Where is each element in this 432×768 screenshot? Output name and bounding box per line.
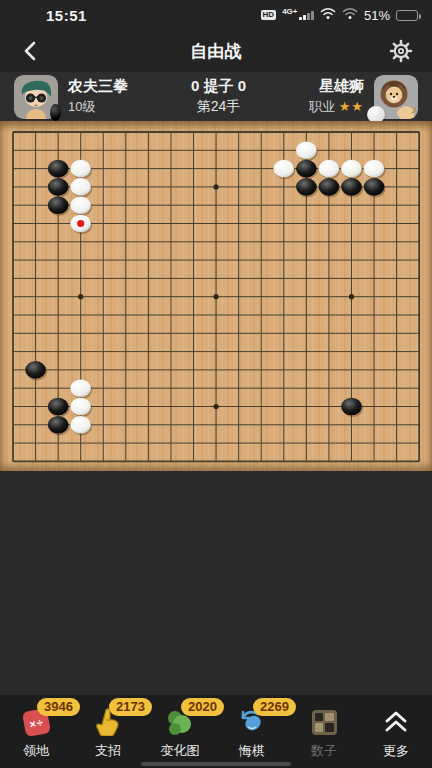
game-status: 0 提子 0 第24手	[191, 77, 246, 116]
black-stone	[48, 398, 69, 416]
undo-badge: 2269	[253, 698, 296, 716]
wifi-icon-2	[342, 6, 358, 24]
black-stone	[48, 178, 69, 196]
white-stone	[319, 160, 340, 178]
white-stone	[364, 160, 385, 178]
hint-badge: 2173	[109, 698, 152, 716]
battery-icon	[396, 10, 418, 21]
app-screen: 15:51 HD 4G+ 51% 自由战	[0, 0, 432, 768]
white-stone	[70, 196, 91, 214]
hint-button[interactable]: 2173 支招	[72, 707, 144, 760]
player-black-rank: 10级	[68, 98, 128, 116]
black-stone	[341, 178, 362, 196]
player-white[interactable]: 星雄狮 职业 ★★	[309, 75, 418, 119]
more-button[interactable]: 更多	[360, 707, 432, 760]
white-stone	[341, 160, 362, 178]
battery-percent: 51%	[364, 8, 390, 23]
count-grid-icon	[312, 710, 337, 735]
cell-signal-icon: 4G+	[282, 11, 314, 20]
last-move-marker	[77, 220, 84, 227]
pro-stars: ★★	[339, 99, 364, 114]
back-button[interactable]	[16, 36, 46, 66]
black-stone	[341, 398, 362, 416]
home-indicator[interactable]	[141, 762, 291, 766]
black-stone	[364, 178, 385, 196]
variation-button[interactable]: 2020 变化图	[144, 707, 216, 760]
player-bar: 农夫三拳 10级 0 提子 0 第24手 星雄狮 职业 ★★	[0, 72, 432, 121]
white-stone-indicator	[367, 106, 385, 123]
move-number: 第24手	[197, 98, 241, 116]
count-button[interactable]: 数子	[288, 707, 360, 760]
go-board[interactable]	[0, 121, 432, 471]
black-stone	[48, 196, 69, 214]
star-point	[213, 404, 218, 409]
black-stone	[296, 178, 317, 196]
undo-button[interactable]: 2269 悔棋	[216, 707, 288, 760]
black-stone	[319, 178, 340, 196]
territory-button[interactable]: 3946 ×÷ 领地	[0, 707, 72, 760]
clock: 15:51	[46, 7, 87, 24]
player-black-name: 农夫三拳	[68, 77, 128, 96]
settings-button[interactable]	[386, 36, 416, 66]
black-stone	[296, 160, 317, 178]
nav-bar: 自由战	[0, 30, 432, 72]
wifi-icon	[320, 6, 336, 24]
captures-count: 0 提子 0	[191, 77, 246, 96]
star-point	[349, 294, 354, 299]
chevrons-up-icon	[382, 708, 410, 736]
status-bar: 15:51 HD 4G+ 51%	[0, 0, 432, 30]
variation-badge: 2020	[181, 698, 224, 716]
hd-icon: HD	[261, 10, 277, 20]
territory-badge: 3946	[37, 698, 80, 716]
white-stone	[70, 178, 91, 196]
black-stone	[25, 361, 46, 379]
content-spacer	[0, 471, 432, 695]
bottom-toolbar: 3946 ×÷ 领地 2173 支招 2020	[0, 695, 432, 768]
player-black[interactable]: 农夫三拳 10级	[14, 75, 128, 119]
star-point	[213, 184, 218, 189]
star-point	[213, 294, 218, 299]
white-stone	[273, 160, 294, 178]
white-stone	[296, 142, 317, 160]
page-title: 自由战	[0, 40, 432, 63]
black-stone	[48, 416, 69, 434]
white-stone	[70, 416, 91, 434]
black-stone	[48, 160, 69, 178]
white-stone	[70, 160, 91, 178]
chevron-left-icon	[20, 40, 42, 62]
black-stone-indicator	[50, 104, 61, 121]
gear-icon	[389, 39, 413, 63]
player-white-rank: 职业 ★★	[309, 98, 364, 116]
player-white-name: 星雄狮	[319, 77, 364, 96]
star-point	[78, 294, 83, 299]
white-stone	[70, 398, 91, 416]
white-stone	[70, 379, 91, 397]
